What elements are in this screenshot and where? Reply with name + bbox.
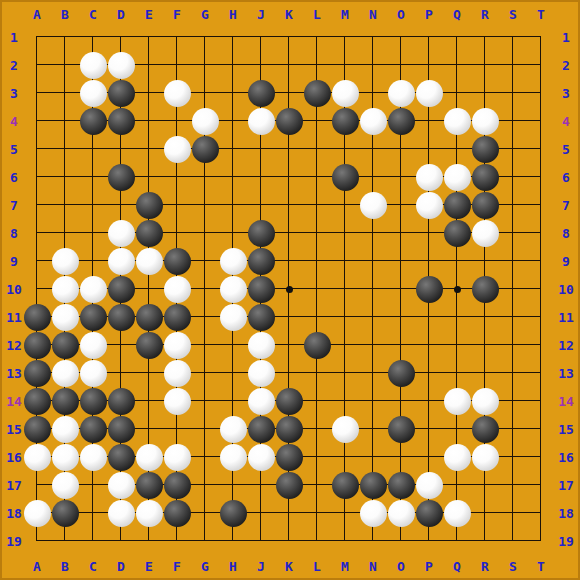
intersection-O1[interactable]: [387, 23, 415, 51]
intersection-J8[interactable]: [247, 219, 275, 247]
intersection-O13[interactable]: [387, 359, 415, 387]
intersection-D14[interactable]: [107, 387, 135, 415]
intersection-K17[interactable]: [275, 471, 303, 499]
intersection-S12[interactable]: [499, 331, 527, 359]
intersection-M13[interactable]: [331, 359, 359, 387]
intersection-C6[interactable]: [79, 163, 107, 191]
intersection-F2[interactable]: [163, 51, 191, 79]
intersection-O3[interactable]: [387, 79, 415, 107]
intersection-K1[interactable]: [275, 23, 303, 51]
intersection-J10[interactable]: [247, 275, 275, 303]
intersection-R16[interactable]: [471, 443, 499, 471]
intersection-N9[interactable]: [359, 247, 387, 275]
intersection-J1[interactable]: [247, 23, 275, 51]
intersection-M17[interactable]: [331, 471, 359, 499]
intersection-P11[interactable]: [415, 303, 443, 331]
intersection-N1[interactable]: [359, 23, 387, 51]
intersection-B19[interactable]: [51, 527, 79, 555]
intersection-L19[interactable]: [303, 527, 331, 555]
intersection-D9[interactable]: [107, 247, 135, 275]
intersection-E6[interactable]: [135, 163, 163, 191]
intersection-J15[interactable]: [247, 415, 275, 443]
intersection-C2[interactable]: [79, 51, 107, 79]
intersection-Q7[interactable]: [443, 191, 471, 219]
intersection-O12[interactable]: [387, 331, 415, 359]
intersection-Q11[interactable]: [443, 303, 471, 331]
intersection-E7[interactable]: [135, 191, 163, 219]
intersection-G3[interactable]: [191, 79, 219, 107]
intersection-A11[interactable]: [23, 303, 51, 331]
intersection-A9[interactable]: [23, 247, 51, 275]
intersection-B6[interactable]: [51, 163, 79, 191]
intersection-K16[interactable]: [275, 443, 303, 471]
intersection-M16[interactable]: [331, 443, 359, 471]
intersection-T2[interactable]: [527, 51, 555, 79]
intersection-S5[interactable]: [499, 135, 527, 163]
intersection-T7[interactable]: [527, 191, 555, 219]
intersection-Q18[interactable]: [443, 499, 471, 527]
intersection-P9[interactable]: [415, 247, 443, 275]
intersection-H5[interactable]: [219, 135, 247, 163]
intersection-G6[interactable]: [191, 163, 219, 191]
intersection-E9[interactable]: [135, 247, 163, 275]
intersection-S17[interactable]: [499, 471, 527, 499]
intersection-P2[interactable]: [415, 51, 443, 79]
intersection-N17[interactable]: [359, 471, 387, 499]
intersection-L5[interactable]: [303, 135, 331, 163]
intersection-A17[interactable]: [23, 471, 51, 499]
intersection-C18[interactable]: [79, 499, 107, 527]
intersection-R7[interactable]: [471, 191, 499, 219]
intersection-Q4[interactable]: [443, 107, 471, 135]
intersection-D16[interactable]: [107, 443, 135, 471]
intersection-C9[interactable]: [79, 247, 107, 275]
intersection-D3[interactable]: [107, 79, 135, 107]
intersection-J12[interactable]: [247, 331, 275, 359]
intersection-M6[interactable]: [331, 163, 359, 191]
intersection-L13[interactable]: [303, 359, 331, 387]
intersection-G18[interactable]: [191, 499, 219, 527]
intersection-L18[interactable]: [303, 499, 331, 527]
intersection-E18[interactable]: [135, 499, 163, 527]
intersection-O15[interactable]: [387, 415, 415, 443]
intersection-R1[interactable]: [471, 23, 499, 51]
intersection-B2[interactable]: [51, 51, 79, 79]
intersection-J18[interactable]: [247, 499, 275, 527]
intersection-T13[interactable]: [527, 359, 555, 387]
intersection-K2[interactable]: [275, 51, 303, 79]
intersection-Q12[interactable]: [443, 331, 471, 359]
intersection-F4[interactable]: [163, 107, 191, 135]
intersection-A7[interactable]: [23, 191, 51, 219]
intersection-C4[interactable]: [79, 107, 107, 135]
intersection-A5[interactable]: [23, 135, 51, 163]
intersection-T6[interactable]: [527, 163, 555, 191]
intersection-K18[interactable]: [275, 499, 303, 527]
intersection-O4[interactable]: [387, 107, 415, 135]
intersection-J17[interactable]: [247, 471, 275, 499]
intersection-J9[interactable]: [247, 247, 275, 275]
intersection-K13[interactable]: [275, 359, 303, 387]
intersection-G9[interactable]: [191, 247, 219, 275]
intersection-F8[interactable]: [163, 219, 191, 247]
intersection-R10[interactable]: [471, 275, 499, 303]
intersection-E16[interactable]: [135, 443, 163, 471]
intersection-Q15[interactable]: [443, 415, 471, 443]
intersection-C7[interactable]: [79, 191, 107, 219]
intersection-C14[interactable]: [79, 387, 107, 415]
intersection-A15[interactable]: [23, 415, 51, 443]
intersection-S19[interactable]: [499, 527, 527, 555]
intersection-S11[interactable]: [499, 303, 527, 331]
intersection-K5[interactable]: [275, 135, 303, 163]
intersection-G15[interactable]: [191, 415, 219, 443]
intersection-H8[interactable]: [219, 219, 247, 247]
intersection-S8[interactable]: [499, 219, 527, 247]
intersection-G14[interactable]: [191, 387, 219, 415]
intersection-M7[interactable]: [331, 191, 359, 219]
intersection-G8[interactable]: [191, 219, 219, 247]
intersection-O19[interactable]: [387, 527, 415, 555]
intersection-S6[interactable]: [499, 163, 527, 191]
intersection-P5[interactable]: [415, 135, 443, 163]
intersection-K3[interactable]: [275, 79, 303, 107]
intersection-A16[interactable]: [23, 443, 51, 471]
intersection-T5[interactable]: [527, 135, 555, 163]
intersection-L14[interactable]: [303, 387, 331, 415]
intersection-F5[interactable]: [163, 135, 191, 163]
intersection-F9[interactable]: [163, 247, 191, 275]
intersection-C3[interactable]: [79, 79, 107, 107]
intersection-H14[interactable]: [219, 387, 247, 415]
intersection-D11[interactable]: [107, 303, 135, 331]
intersection-M19[interactable]: [331, 527, 359, 555]
intersection-T19[interactable]: [527, 527, 555, 555]
intersection-C10[interactable]: [79, 275, 107, 303]
intersection-R4[interactable]: [471, 107, 499, 135]
intersection-B11[interactable]: [51, 303, 79, 331]
intersection-L6[interactable]: [303, 163, 331, 191]
intersection-L16[interactable]: [303, 443, 331, 471]
intersection-O16[interactable]: [387, 443, 415, 471]
intersection-T11[interactable]: [527, 303, 555, 331]
intersection-D1[interactable]: [107, 23, 135, 51]
intersection-L1[interactable]: [303, 23, 331, 51]
intersection-M8[interactable]: [331, 219, 359, 247]
intersection-C5[interactable]: [79, 135, 107, 163]
intersection-D5[interactable]: [107, 135, 135, 163]
intersection-A3[interactable]: [23, 79, 51, 107]
intersection-B14[interactable]: [51, 387, 79, 415]
intersection-O2[interactable]: [387, 51, 415, 79]
intersection-R17[interactable]: [471, 471, 499, 499]
intersection-L8[interactable]: [303, 219, 331, 247]
intersection-R3[interactable]: [471, 79, 499, 107]
intersection-T15[interactable]: [527, 415, 555, 443]
intersection-M9[interactable]: [331, 247, 359, 275]
intersection-H9[interactable]: [219, 247, 247, 275]
intersection-A18[interactable]: [23, 499, 51, 527]
intersection-M4[interactable]: [331, 107, 359, 135]
intersection-O6[interactable]: [387, 163, 415, 191]
intersection-D4[interactable]: [107, 107, 135, 135]
intersection-Q6[interactable]: [443, 163, 471, 191]
intersection-Q2[interactable]: [443, 51, 471, 79]
intersection-G11[interactable]: [191, 303, 219, 331]
intersection-S4[interactable]: [499, 107, 527, 135]
intersection-H13[interactable]: [219, 359, 247, 387]
intersection-P19[interactable]: [415, 527, 443, 555]
intersection-F15[interactable]: [163, 415, 191, 443]
intersection-L7[interactable]: [303, 191, 331, 219]
intersection-R2[interactable]: [471, 51, 499, 79]
intersection-C8[interactable]: [79, 219, 107, 247]
intersection-D8[interactable]: [107, 219, 135, 247]
intersection-N12[interactable]: [359, 331, 387, 359]
intersection-N15[interactable]: [359, 415, 387, 443]
intersection-P1[interactable]: [415, 23, 443, 51]
intersection-J6[interactable]: [247, 163, 275, 191]
intersection-C11[interactable]: [79, 303, 107, 331]
intersection-B8[interactable]: [51, 219, 79, 247]
intersection-B15[interactable]: [51, 415, 79, 443]
intersection-O5[interactable]: [387, 135, 415, 163]
intersection-S14[interactable]: [499, 387, 527, 415]
intersection-O7[interactable]: [387, 191, 415, 219]
intersection-K6[interactable]: [275, 163, 303, 191]
intersection-M18[interactable]: [331, 499, 359, 527]
intersection-O18[interactable]: [387, 499, 415, 527]
intersection-F7[interactable]: [163, 191, 191, 219]
intersection-G4[interactable]: [191, 107, 219, 135]
intersection-F6[interactable]: [163, 163, 191, 191]
intersection-G7[interactable]: [191, 191, 219, 219]
intersection-T8[interactable]: [527, 219, 555, 247]
intersection-H2[interactable]: [219, 51, 247, 79]
intersection-R14[interactable]: [471, 387, 499, 415]
intersection-B5[interactable]: [51, 135, 79, 163]
intersection-T17[interactable]: [527, 471, 555, 499]
intersection-O14[interactable]: [387, 387, 415, 415]
intersection-S13[interactable]: [499, 359, 527, 387]
intersection-Q5[interactable]: [443, 135, 471, 163]
intersection-P18[interactable]: [415, 499, 443, 527]
intersection-H15[interactable]: [219, 415, 247, 443]
intersection-T12[interactable]: [527, 331, 555, 359]
intersection-M3[interactable]: [331, 79, 359, 107]
intersection-A19[interactable]: [23, 527, 51, 555]
intersection-H19[interactable]: [219, 527, 247, 555]
intersection-E13[interactable]: [135, 359, 163, 387]
intersection-F10[interactable]: [163, 275, 191, 303]
intersection-P8[interactable]: [415, 219, 443, 247]
intersection-E11[interactable]: [135, 303, 163, 331]
intersection-D2[interactable]: [107, 51, 135, 79]
intersection-L4[interactable]: [303, 107, 331, 135]
intersection-J4[interactable]: [247, 107, 275, 135]
intersection-H1[interactable]: [219, 23, 247, 51]
intersection-H11[interactable]: [219, 303, 247, 331]
intersection-S3[interactable]: [499, 79, 527, 107]
intersection-L15[interactable]: [303, 415, 331, 443]
intersection-P16[interactable]: [415, 443, 443, 471]
intersection-H10[interactable]: [219, 275, 247, 303]
intersection-P12[interactable]: [415, 331, 443, 359]
intersection-M12[interactable]: [331, 331, 359, 359]
intersection-R12[interactable]: [471, 331, 499, 359]
intersection-G17[interactable]: [191, 471, 219, 499]
intersection-M11[interactable]: [331, 303, 359, 331]
intersection-J3[interactable]: [247, 79, 275, 107]
intersection-G13[interactable]: [191, 359, 219, 387]
intersection-A10[interactable]: [23, 275, 51, 303]
intersection-H18[interactable]: [219, 499, 247, 527]
intersection-S2[interactable]: [499, 51, 527, 79]
intersection-J19[interactable]: [247, 527, 275, 555]
intersection-H16[interactable]: [219, 443, 247, 471]
intersection-J2[interactable]: [247, 51, 275, 79]
intersection-A6[interactable]: [23, 163, 51, 191]
intersection-L11[interactable]: [303, 303, 331, 331]
intersection-T18[interactable]: [527, 499, 555, 527]
intersection-T14[interactable]: [527, 387, 555, 415]
intersection-E19[interactable]: [135, 527, 163, 555]
intersection-Q9[interactable]: [443, 247, 471, 275]
intersection-B1[interactable]: [51, 23, 79, 51]
intersection-J13[interactable]: [247, 359, 275, 387]
intersection-E8[interactable]: [135, 219, 163, 247]
intersection-A4[interactable]: [23, 107, 51, 135]
intersection-F12[interactable]: [163, 331, 191, 359]
intersection-J11[interactable]: [247, 303, 275, 331]
intersection-B9[interactable]: [51, 247, 79, 275]
intersection-A2[interactable]: [23, 51, 51, 79]
intersection-N7[interactable]: [359, 191, 387, 219]
intersection-N2[interactable]: [359, 51, 387, 79]
intersection-M15[interactable]: [331, 415, 359, 443]
intersection-E3[interactable]: [135, 79, 163, 107]
intersection-H6[interactable]: [219, 163, 247, 191]
intersection-E14[interactable]: [135, 387, 163, 415]
intersection-F16[interactable]: [163, 443, 191, 471]
intersection-N10[interactable]: [359, 275, 387, 303]
intersection-Q8[interactable]: [443, 219, 471, 247]
intersection-H3[interactable]: [219, 79, 247, 107]
intersection-R9[interactable]: [471, 247, 499, 275]
intersection-K14[interactable]: [275, 387, 303, 415]
intersection-J14[interactable]: [247, 387, 275, 415]
intersection-E15[interactable]: [135, 415, 163, 443]
intersection-A13[interactable]: [23, 359, 51, 387]
intersection-K10[interactable]: [275, 275, 303, 303]
intersection-Q16[interactable]: [443, 443, 471, 471]
intersection-T3[interactable]: [527, 79, 555, 107]
intersection-T1[interactable]: [527, 23, 555, 51]
intersection-A14[interactable]: [23, 387, 51, 415]
intersection-B13[interactable]: [51, 359, 79, 387]
intersection-P15[interactable]: [415, 415, 443, 443]
intersection-Q19[interactable]: [443, 527, 471, 555]
intersection-E2[interactable]: [135, 51, 163, 79]
intersection-Q14[interactable]: [443, 387, 471, 415]
intersection-C15[interactable]: [79, 415, 107, 443]
intersection-J7[interactable]: [247, 191, 275, 219]
intersection-D7[interactable]: [107, 191, 135, 219]
intersection-S10[interactable]: [499, 275, 527, 303]
intersection-N14[interactable]: [359, 387, 387, 415]
intersection-D13[interactable]: [107, 359, 135, 387]
intersection-P14[interactable]: [415, 387, 443, 415]
intersection-R15[interactable]: [471, 415, 499, 443]
intersection-Q10[interactable]: [443, 275, 471, 303]
intersection-K19[interactable]: [275, 527, 303, 555]
intersection-O8[interactable]: [387, 219, 415, 247]
intersection-L3[interactable]: [303, 79, 331, 107]
intersection-L12[interactable]: [303, 331, 331, 359]
intersection-O9[interactable]: [387, 247, 415, 275]
intersection-N11[interactable]: [359, 303, 387, 331]
intersection-P4[interactable]: [415, 107, 443, 135]
intersection-E4[interactable]: [135, 107, 163, 135]
intersection-M5[interactable]: [331, 135, 359, 163]
intersection-C17[interactable]: [79, 471, 107, 499]
intersection-E12[interactable]: [135, 331, 163, 359]
intersection-R6[interactable]: [471, 163, 499, 191]
intersection-O17[interactable]: [387, 471, 415, 499]
intersection-F3[interactable]: [163, 79, 191, 107]
intersection-J16[interactable]: [247, 443, 275, 471]
intersection-G12[interactable]: [191, 331, 219, 359]
intersection-S18[interactable]: [499, 499, 527, 527]
intersection-R18[interactable]: [471, 499, 499, 527]
intersection-F19[interactable]: [163, 527, 191, 555]
intersection-L17[interactable]: [303, 471, 331, 499]
intersection-O11[interactable]: [387, 303, 415, 331]
intersection-S7[interactable]: [499, 191, 527, 219]
intersection-D10[interactable]: [107, 275, 135, 303]
intersection-B16[interactable]: [51, 443, 79, 471]
intersection-A8[interactable]: [23, 219, 51, 247]
intersection-C19[interactable]: [79, 527, 107, 555]
intersection-C12[interactable]: [79, 331, 107, 359]
intersection-C16[interactable]: [79, 443, 107, 471]
intersection-P13[interactable]: [415, 359, 443, 387]
intersection-K7[interactable]: [275, 191, 303, 219]
intersection-K15[interactable]: [275, 415, 303, 443]
intersection-P6[interactable]: [415, 163, 443, 191]
intersection-F17[interactable]: [163, 471, 191, 499]
intersection-B3[interactable]: [51, 79, 79, 107]
intersection-F11[interactable]: [163, 303, 191, 331]
intersection-P17[interactable]: [415, 471, 443, 499]
intersection-T4[interactable]: [527, 107, 555, 135]
intersection-E5[interactable]: [135, 135, 163, 163]
intersection-M14[interactable]: [331, 387, 359, 415]
intersection-N13[interactable]: [359, 359, 387, 387]
intersection-M1[interactable]: [331, 23, 359, 51]
intersection-T16[interactable]: [527, 443, 555, 471]
intersection-S16[interactable]: [499, 443, 527, 471]
intersection-M10[interactable]: [331, 275, 359, 303]
intersection-K4[interactable]: [275, 107, 303, 135]
intersection-L2[interactable]: [303, 51, 331, 79]
intersection-A1[interactable]: [23, 23, 51, 51]
intersection-T9[interactable]: [527, 247, 555, 275]
intersection-R8[interactable]: [471, 219, 499, 247]
intersection-E17[interactable]: [135, 471, 163, 499]
intersection-T10[interactable]: [527, 275, 555, 303]
intersection-H4[interactable]: [219, 107, 247, 135]
